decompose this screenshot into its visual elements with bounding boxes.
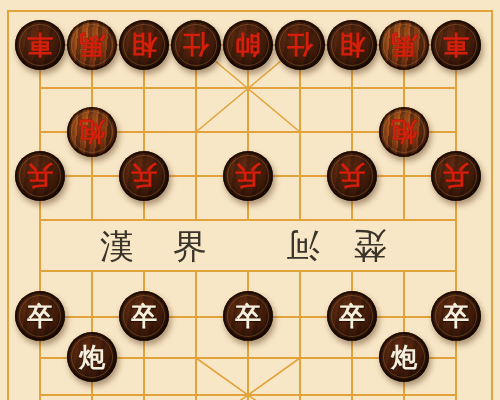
piece-red-soldier[interactable]: 兵 xyxy=(223,151,273,201)
river-label: 漢 xyxy=(95,225,139,267)
piece-layer: 車馬相仕帥仕相馬車炮炮兵兵兵兵兵卒卒卒卒卒炮炮 xyxy=(14,24,482,400)
piece-red-advisor[interactable]: 仕 xyxy=(275,20,325,70)
piece-character: 兵 xyxy=(131,163,157,189)
piece-red-horse[interactable]: 馬 xyxy=(67,20,117,70)
piece-red-cannon[interactable]: 炮 xyxy=(67,107,117,157)
river-label: 楚 xyxy=(348,225,392,267)
piece-character: 炮 xyxy=(391,119,417,145)
piece-character: 相 xyxy=(131,32,157,58)
piece-character: 車 xyxy=(27,32,53,58)
piece-character: 炮 xyxy=(79,119,105,145)
piece-red-soldier[interactable]: 兵 xyxy=(15,151,65,201)
piece-character: 兵 xyxy=(339,163,365,189)
piece-character: 相 xyxy=(339,32,365,58)
piece-character: 卒 xyxy=(131,303,157,329)
piece-red-elephant[interactable]: 相 xyxy=(327,20,377,70)
piece-character: 卒 xyxy=(339,303,365,329)
piece-character: 馬 xyxy=(79,32,105,58)
river-label: 河 xyxy=(281,225,325,267)
piece-red-chariot[interactable]: 車 xyxy=(15,20,65,70)
piece-character: 仕 xyxy=(183,32,209,58)
piece-character: 馬 xyxy=(391,32,417,58)
piece-red-soldier[interactable]: 兵 xyxy=(327,151,377,201)
piece-red-chariot[interactable]: 車 xyxy=(431,20,481,70)
piece-red-general[interactable]: 帥 xyxy=(223,20,273,70)
piece-black-soldier[interactable]: 卒 xyxy=(119,291,169,341)
piece-character: 炮 xyxy=(391,344,417,370)
piece-character: 兵 xyxy=(443,163,469,189)
piece-character: 卒 xyxy=(235,303,261,329)
piece-black-cannon[interactable]: 炮 xyxy=(379,332,429,382)
piece-black-soldier[interactable]: 卒 xyxy=(431,291,481,341)
piece-red-soldier[interactable]: 兵 xyxy=(431,151,481,201)
piece-character: 卒 xyxy=(27,303,53,329)
piece-black-soldier[interactable]: 卒 xyxy=(223,291,273,341)
piece-red-horse[interactable]: 馬 xyxy=(379,20,429,70)
piece-character: 帥 xyxy=(235,32,261,58)
piece-character: 兵 xyxy=(27,163,53,189)
piece-red-soldier[interactable]: 兵 xyxy=(119,151,169,201)
piece-character: 仕 xyxy=(287,32,313,58)
river-label: 界 xyxy=(168,225,212,267)
piece-character: 炮 xyxy=(79,344,105,370)
piece-red-cannon[interactable]: 炮 xyxy=(379,107,429,157)
piece-red-elephant[interactable]: 相 xyxy=(119,20,169,70)
piece-black-cannon[interactable]: 炮 xyxy=(67,332,117,382)
xiangqi-board[interactable]: 車馬相仕帥仕相馬車炮炮兵兵兵兵兵卒卒卒卒卒炮炮 漢界河楚 xyxy=(0,0,500,400)
piece-black-soldier[interactable]: 卒 xyxy=(15,291,65,341)
piece-character: 車 xyxy=(443,32,469,58)
piece-character: 卒 xyxy=(443,303,469,329)
piece-red-advisor[interactable]: 仕 xyxy=(171,20,221,70)
piece-black-soldier[interactable]: 卒 xyxy=(327,291,377,341)
piece-character: 兵 xyxy=(235,163,261,189)
